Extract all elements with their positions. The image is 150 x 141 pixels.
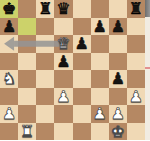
chess-board: ♚♜♛♜♟♟♟♛♟♟♞♟♟♟♟♟♟♜♚ xyxy=(0,0,145,140)
square-g8[interactable] xyxy=(109,0,127,18)
square-h3[interactable]: ♟ xyxy=(127,88,145,106)
square-c5[interactable] xyxy=(36,53,54,71)
square-b1[interactable]: ♜ xyxy=(18,123,36,141)
chess-board-screenshot: ♚♜♛♜♟♟♟♛♟♟♞♟♟♟♟♟♟♜♚ xyxy=(0,0,150,140)
square-a5[interactable] xyxy=(0,53,18,71)
piece-white-rook[interactable]: ♜ xyxy=(20,123,34,141)
square-f4[interactable] xyxy=(91,70,109,88)
square-b6[interactable] xyxy=(18,35,36,53)
square-h5[interactable] xyxy=(127,53,145,71)
scrollbar-fragment[interactable] xyxy=(145,0,150,17)
square-f6[interactable] xyxy=(91,35,109,53)
square-d7[interactable] xyxy=(54,18,72,36)
red-marker-line xyxy=(145,67,150,69)
square-e6[interactable]: ♟ xyxy=(73,35,91,53)
square-c2[interactable] xyxy=(36,105,54,123)
square-g5[interactable] xyxy=(109,53,127,71)
square-b2[interactable] xyxy=(18,105,36,123)
square-c6[interactable] xyxy=(36,35,54,53)
square-c7[interactable] xyxy=(36,18,54,36)
square-g6[interactable] xyxy=(109,35,127,53)
square-g4[interactable]: ♟ xyxy=(109,70,127,88)
piece-white-pawn[interactable]: ♟ xyxy=(93,105,107,123)
square-a4[interactable]: ♞ xyxy=(0,70,18,88)
right-edge-background xyxy=(145,0,150,140)
piece-black-pawn[interactable]: ♟ xyxy=(74,35,88,53)
square-g1[interactable]: ♚ xyxy=(109,123,127,141)
square-h1[interactable] xyxy=(127,123,145,141)
square-h6[interactable] xyxy=(127,35,145,53)
square-h4[interactable] xyxy=(127,70,145,88)
square-h8[interactable]: ♜ xyxy=(127,0,145,18)
square-f7[interactable]: ♟ xyxy=(91,18,109,36)
square-e1[interactable] xyxy=(73,123,91,141)
square-e7[interactable] xyxy=(73,18,91,36)
square-e5[interactable] xyxy=(73,53,91,71)
square-a1[interactable] xyxy=(0,123,18,141)
square-c3[interactable] xyxy=(36,88,54,106)
piece-white-pawn[interactable]: ♟ xyxy=(111,105,125,123)
square-a2[interactable]: ♟ xyxy=(0,105,18,123)
square-a3[interactable] xyxy=(0,88,18,106)
square-e8[interactable] xyxy=(73,0,91,18)
piece-black-pawn[interactable]: ♟ xyxy=(111,70,125,88)
square-d5[interactable]: ♟ xyxy=(54,53,72,71)
square-e4[interactable] xyxy=(73,70,91,88)
square-f1[interactable] xyxy=(91,123,109,141)
square-d3[interactable]: ♟ xyxy=(54,88,72,106)
square-b3[interactable] xyxy=(18,88,36,106)
square-b4[interactable] xyxy=(18,70,36,88)
piece-black-queen[interactable]: ♛ xyxy=(56,0,70,18)
square-a7[interactable]: ♟ xyxy=(0,18,18,36)
square-d6[interactable]: ♛ xyxy=(54,35,72,53)
piece-white-pawn[interactable]: ♟ xyxy=(129,88,143,106)
square-g7[interactable]: ♟ xyxy=(109,18,127,36)
square-b5[interactable] xyxy=(18,53,36,71)
piece-black-pawn[interactable]: ♟ xyxy=(111,18,125,36)
square-e3[interactable] xyxy=(73,88,91,106)
piece-white-pawn[interactable]: ♟ xyxy=(56,88,70,106)
square-c4[interactable] xyxy=(36,70,54,88)
piece-black-pawn[interactable]: ♟ xyxy=(2,18,16,36)
square-f8[interactable] xyxy=(91,0,109,18)
square-f3[interactable] xyxy=(91,88,109,106)
piece-black-rook[interactable]: ♜ xyxy=(38,0,52,18)
piece-white-king[interactable]: ♚ xyxy=(111,123,125,141)
square-g2[interactable]: ♟ xyxy=(109,105,127,123)
square-f5[interactable] xyxy=(91,53,109,71)
square-b8[interactable] xyxy=(18,0,36,18)
piece-black-pawn[interactable]: ♟ xyxy=(56,53,70,71)
square-h7[interactable] xyxy=(127,18,145,36)
square-a8[interactable]: ♚ xyxy=(0,0,18,18)
square-f2[interactable]: ♟ xyxy=(91,105,109,123)
square-d1[interactable] xyxy=(54,123,72,141)
piece-black-king[interactable]: ♚ xyxy=(2,0,16,18)
square-c8[interactable]: ♜ xyxy=(36,0,54,18)
square-g3[interactable] xyxy=(109,88,127,106)
square-e2[interactable] xyxy=(73,105,91,123)
square-d8[interactable]: ♛ xyxy=(54,0,72,18)
square-d4[interactable] xyxy=(54,70,72,88)
piece-white-pawn[interactable]: ♟ xyxy=(2,105,16,123)
square-h2[interactable] xyxy=(127,105,145,123)
piece-black-rook[interactable]: ♜ xyxy=(129,0,143,18)
piece-white-queen[interactable]: ♛ xyxy=(56,35,70,53)
square-c1[interactable] xyxy=(36,123,54,141)
square-d2[interactable] xyxy=(54,105,72,123)
piece-white-knight[interactable]: ♞ xyxy=(2,70,16,88)
square-b7[interactable] xyxy=(18,18,36,36)
square-a6[interactable] xyxy=(0,35,18,53)
piece-black-pawn[interactable]: ♟ xyxy=(93,18,107,36)
